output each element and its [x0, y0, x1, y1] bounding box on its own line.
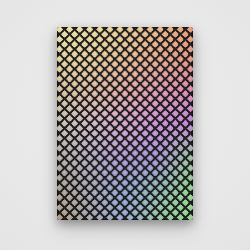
photo-backdrop: [0, 0, 250, 250]
passport-cover: [57, 27, 193, 220]
gradient-diamond: [187, 214, 193, 220]
diamond-pattern-grid: [57, 27, 193, 220]
pattern-cell: [188, 215, 193, 220]
